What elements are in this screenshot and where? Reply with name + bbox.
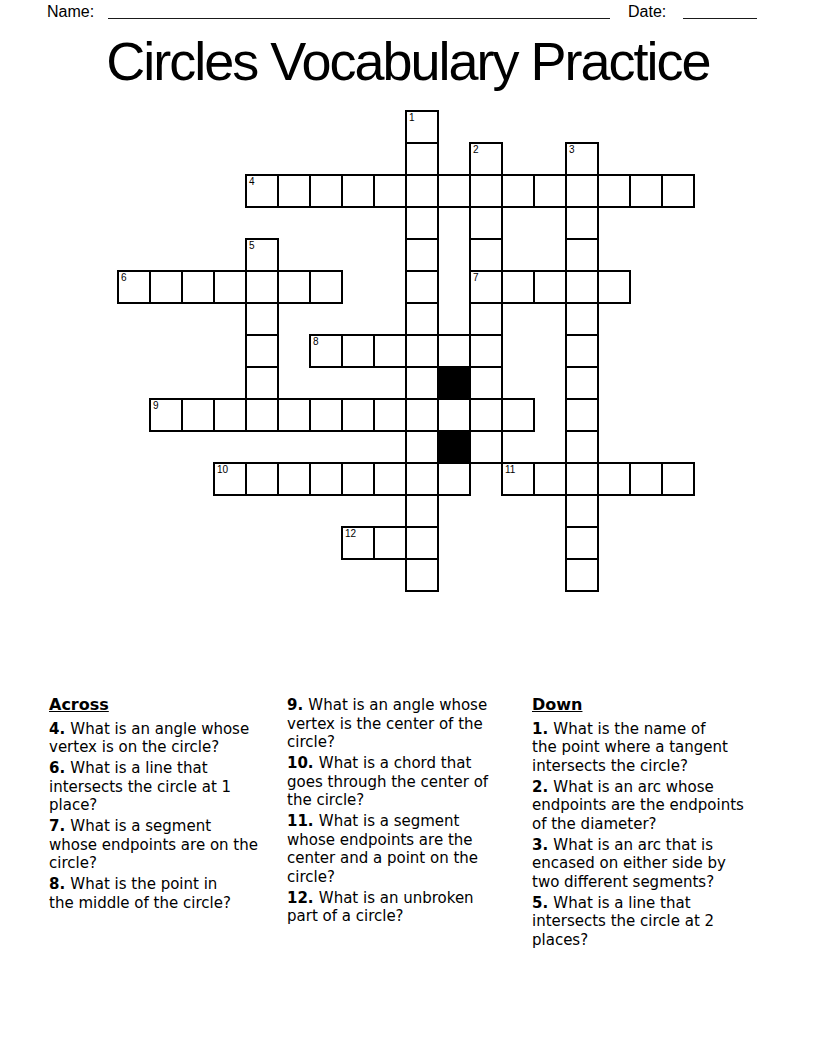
grid-cell[interactable] xyxy=(469,398,503,432)
grid-cell[interactable] xyxy=(501,270,535,304)
grid-cell[interactable] xyxy=(533,462,567,496)
grid-cell[interactable] xyxy=(565,430,599,464)
clue-number-label: 2. xyxy=(532,778,553,796)
grid-cell[interactable] xyxy=(405,526,439,560)
name-blank-line[interactable] xyxy=(108,18,610,19)
grid-cell[interactable] xyxy=(405,334,439,368)
grid-cell[interactable] xyxy=(405,174,439,208)
grid-cell[interactable] xyxy=(245,334,279,368)
grid-cell[interactable] xyxy=(597,270,631,304)
across-clues-list-1: 4. What is an angle whose vertex is on t… xyxy=(49,720,287,913)
grid-cell[interactable] xyxy=(565,558,599,592)
grid-cell[interactable] xyxy=(149,270,183,304)
clue-text: What is an angle whose vertex is on the … xyxy=(49,720,249,757)
grid-cell[interactable] xyxy=(405,270,439,304)
grid-cell[interactable] xyxy=(277,270,311,304)
grid-cell[interactable] xyxy=(341,334,375,368)
grid-cell[interactable] xyxy=(341,174,375,208)
grid-cell[interactable] xyxy=(341,462,375,496)
grid-cell[interactable] xyxy=(405,462,439,496)
clue-number: 12 xyxy=(345,529,356,539)
clue-text: What is an angle whose vertex is the cen… xyxy=(287,696,487,751)
grid-cell[interactable] xyxy=(245,270,279,304)
clue-item: 7. What is a segment whose endpoints are… xyxy=(49,817,287,873)
grid-cell[interactable] xyxy=(405,302,439,336)
grid-cell[interactable] xyxy=(373,334,407,368)
down-clues-column: Down 1. What is the name of the point wh… xyxy=(532,696,794,952)
grid-cell[interactable] xyxy=(405,398,439,432)
grid-cell[interactable] xyxy=(405,238,439,272)
grid-cell[interactable] xyxy=(533,270,567,304)
grid-cell[interactable] xyxy=(597,462,631,496)
clue-number: 6 xyxy=(121,273,127,283)
grid-cell[interactable] xyxy=(565,462,599,496)
grid-cell[interactable] xyxy=(405,558,439,592)
clue-number-label: 10. xyxy=(287,754,319,772)
grid-cell[interactable] xyxy=(469,206,503,240)
grid-cell[interactable] xyxy=(341,398,375,432)
clue-item: 9. What is an angle whose vertex is the … xyxy=(287,696,530,752)
down-heading: Down xyxy=(532,696,794,715)
date-label: Date: xyxy=(628,3,666,21)
clue-item: 4. What is an angle whose vertex is on t… xyxy=(49,720,287,757)
grid-cell[interactable] xyxy=(437,398,471,432)
clue-text: What is the name of the point where a ta… xyxy=(532,720,728,775)
grid-cell[interactable] xyxy=(437,462,471,496)
grid-cell[interactable] xyxy=(405,142,439,176)
clue-number-label: 1. xyxy=(532,720,553,738)
clue-number-label: 6. xyxy=(49,759,70,777)
grid-cell[interactable] xyxy=(565,494,599,528)
grid-cell[interactable] xyxy=(661,174,695,208)
across-heading: Across xyxy=(49,696,287,715)
grid-cell[interactable] xyxy=(565,398,599,432)
clue-text: What is an arc that is encased on either… xyxy=(532,836,726,891)
grid-cell[interactable] xyxy=(309,174,343,208)
grid-cell[interactable] xyxy=(437,334,471,368)
grid-cell[interactable] xyxy=(469,334,503,368)
clue-number-label: 5. xyxy=(532,894,553,912)
clue-number: 11 xyxy=(505,465,515,475)
grid-cell[interactable] xyxy=(437,174,471,208)
grid-cell[interactable] xyxy=(245,302,279,336)
grid-cell[interactable] xyxy=(213,270,247,304)
grid-cell[interactable] xyxy=(245,366,279,400)
clue-text: What is a line that intersects the circl… xyxy=(532,894,714,949)
clue-item: 5. What is a line that intersects the ci… xyxy=(532,894,794,950)
grid-cell[interactable] xyxy=(277,398,311,432)
clue-number: 8 xyxy=(313,337,319,347)
grid-cell[interactable] xyxy=(373,462,407,496)
clue-item: 11. What is a segment whose endpoints ar… xyxy=(287,812,530,886)
down-clues-list: 1. What is the name of the point where a… xyxy=(532,720,794,950)
grid-cell[interactable] xyxy=(405,430,439,464)
clue-item: 12. What is an unbroken part of a circle… xyxy=(287,889,530,926)
grid-cell[interactable] xyxy=(565,174,599,208)
grid-cell[interactable] xyxy=(181,270,215,304)
clue-number-label: 12. xyxy=(287,889,319,907)
grid-cell[interactable] xyxy=(277,462,311,496)
grid-cell[interactable] xyxy=(309,270,343,304)
grid-cell[interactable] xyxy=(213,398,247,432)
grid-cell[interactable] xyxy=(373,398,407,432)
grid-cell[interactable] xyxy=(469,302,503,336)
clue-number-label: 4. xyxy=(49,720,70,738)
clue-text: What is the point in the middle of the c… xyxy=(49,875,231,912)
grid-cell[interactable] xyxy=(565,526,599,560)
clue-number-label: 9. xyxy=(287,696,308,714)
grid-cell[interactable] xyxy=(469,238,503,272)
grid-cell[interactable] xyxy=(565,270,599,304)
name-label: Name: xyxy=(47,3,94,21)
date-blank-line[interactable] xyxy=(683,18,757,19)
clue-item: 1. What is the name of the point where a… xyxy=(532,720,794,776)
grid-cell[interactable] xyxy=(469,174,503,208)
clue-item: 6. What is a line that intersects the ci… xyxy=(49,759,287,815)
black-cell xyxy=(437,366,471,400)
grid-cell[interactable] xyxy=(181,398,215,432)
clue-item: 8. What is the point in the middle of th… xyxy=(49,875,287,912)
grid-cell[interactable] xyxy=(373,526,407,560)
clue-number: 2 xyxy=(473,145,479,155)
clue-number: 1 xyxy=(409,113,415,123)
grid-cell[interactable] xyxy=(405,366,439,400)
black-cell xyxy=(437,430,471,464)
clue-number: 10 xyxy=(217,465,228,475)
page-title: Circles Vocabulary Practice xyxy=(0,30,816,92)
clue-item: 10. What is a chord that goes through th… xyxy=(287,754,530,810)
grid-cell[interactable] xyxy=(405,494,439,528)
clue-number-label: 7. xyxy=(49,817,70,835)
crossword-grid: 123456789101112 xyxy=(117,110,696,593)
grid-cell[interactable] xyxy=(277,174,311,208)
grid-cell[interactable] xyxy=(245,462,279,496)
clue-text: What is an arc whose endpoints are the e… xyxy=(532,778,744,833)
clue-number: 9 xyxy=(153,401,159,411)
grid-cell[interactable] xyxy=(565,366,599,400)
grid-cell[interactable] xyxy=(597,174,631,208)
grid-cell[interactable] xyxy=(245,398,279,432)
grid-cell[interactable] xyxy=(565,302,599,336)
clue-number: 5 xyxy=(249,241,255,251)
grid-cell[interactable] xyxy=(405,206,439,240)
clue-item: 3. What is an arc that is encased on eit… xyxy=(532,836,794,892)
clue-number: 7 xyxy=(473,273,479,283)
clue-text: What is a line that intersects the circl… xyxy=(49,759,231,814)
grid-cell[interactable] xyxy=(309,398,343,432)
grid-cell[interactable] xyxy=(501,398,535,432)
grid-cell[interactable] xyxy=(661,462,695,496)
grid-cell[interactable] xyxy=(533,174,567,208)
across-clues-list-2: 9. What is an angle whose vertex is the … xyxy=(287,696,530,926)
grid-cell[interactable] xyxy=(565,238,599,272)
grid-cell[interactable] xyxy=(565,334,599,368)
grid-cell[interactable] xyxy=(469,430,503,464)
grid-cell[interactable] xyxy=(629,462,663,496)
clue-item: 2. What is an arc whose endpoints are th… xyxy=(532,778,794,834)
clue-number-label: 3. xyxy=(532,836,553,854)
clue-number: 4 xyxy=(249,177,255,187)
across-clues-column-2: 9. What is an angle whose vertex is the … xyxy=(287,696,530,928)
grid-cell[interactable] xyxy=(501,174,535,208)
grid-cell[interactable] xyxy=(469,366,503,400)
clue-number-label: 11. xyxy=(287,812,319,830)
grid-cell[interactable] xyxy=(565,206,599,240)
grid-cell[interactable] xyxy=(629,174,663,208)
across-clues-column: Across 4. What is an angle whose vertex … xyxy=(49,696,287,915)
clue-number-label: 8. xyxy=(49,875,70,893)
clue-text: What is a segment whose endpoints are on… xyxy=(49,817,258,872)
clue-number: 3 xyxy=(569,145,575,155)
grid-cell[interactable] xyxy=(373,174,407,208)
grid-cell[interactable] xyxy=(309,462,343,496)
